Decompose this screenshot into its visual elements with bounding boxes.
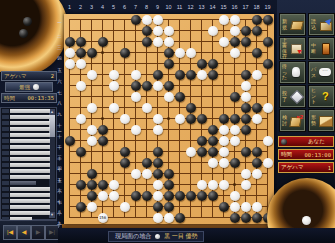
black-stone bbox=[131, 15, 141, 25]
nav-next-button[interactable]: ▶ bbox=[31, 225, 45, 240]
black-stone bbox=[252, 213, 262, 223]
white-stone bbox=[241, 180, 251, 190]
judge-icon bbox=[319, 114, 332, 127]
white-stone bbox=[153, 125, 163, 135]
black-stone bbox=[153, 202, 163, 212]
move-list-row[interactable] bbox=[2, 186, 56, 191]
captured-white-stone bbox=[302, 216, 311, 225]
white-stone bbox=[76, 114, 86, 124]
white-stone bbox=[241, 202, 251, 212]
white-stone bbox=[186, 48, 196, 58]
button-label: 検討 bbox=[282, 115, 289, 126]
row-label: 十 bbox=[55, 113, 64, 124]
white-stone bbox=[252, 114, 262, 124]
black-player-name: あなた bbox=[308, 138, 325, 145]
black-stone bbox=[76, 180, 86, 190]
white-stone bbox=[164, 92, 174, 102]
move-list-row[interactable] bbox=[2, 168, 56, 173]
white-stone bbox=[252, 202, 262, 212]
white-stone bbox=[153, 213, 163, 223]
move-row-bar bbox=[10, 139, 50, 143]
black-stone bbox=[230, 92, 240, 102]
button-label: パス bbox=[311, 67, 318, 78]
white-stone bbox=[175, 48, 185, 58]
row-label: 一 bbox=[55, 14, 64, 25]
resign-icon bbox=[290, 90, 303, 103]
white-stone bbox=[230, 191, 240, 201]
black-stone bbox=[76, 147, 86, 157]
board-column-labels: 12345678910111213141516171819 bbox=[64, 4, 273, 12]
move-number-chip bbox=[2, 151, 9, 155]
black-stone bbox=[208, 147, 218, 157]
review-icon bbox=[290, 114, 303, 127]
white-stone bbox=[153, 26, 163, 36]
move-row-bar bbox=[10, 157, 50, 161]
white-stone bbox=[164, 213, 174, 223]
move-row-bar bbox=[10, 127, 50, 131]
move-number-chip bbox=[2, 211, 9, 215]
button-save[interactable]: 上書保存 bbox=[279, 37, 306, 60]
nav-prev-button[interactable]: ◀ bbox=[17, 225, 31, 240]
white-stone bbox=[131, 169, 141, 179]
white-stone bbox=[219, 136, 229, 146]
black-stone bbox=[142, 191, 152, 201]
white-stone bbox=[142, 169, 152, 179]
move-list-row[interactable] bbox=[2, 150, 56, 155]
move-list-row[interactable] bbox=[2, 204, 56, 209]
button-label: ヒント bbox=[311, 88, 318, 105]
white-captures-value: 2 bbox=[51, 73, 54, 79]
white-stone bbox=[263, 103, 273, 113]
black-stone bbox=[142, 26, 152, 36]
black-stone bbox=[230, 37, 240, 47]
white-stone bbox=[164, 37, 174, 47]
row-label: 八 bbox=[55, 91, 64, 102]
button-judge[interactable]: 形勢 bbox=[308, 109, 335, 132]
col-label: 11 bbox=[174, 4, 185, 12]
black-captures-bar: アゲハマ 1 bbox=[278, 162, 334, 173]
black-stone bbox=[197, 136, 207, 146]
white-time-value: 00:13:35 bbox=[28, 95, 55, 101]
black-stone bbox=[241, 114, 251, 124]
black-stone bbox=[186, 103, 196, 113]
white-stone bbox=[153, 114, 163, 124]
move-list-row[interactable] bbox=[2, 126, 56, 131]
white-stone bbox=[153, 15, 163, 25]
black-stone bbox=[197, 114, 207, 124]
black-stone bbox=[164, 191, 174, 201]
button-label: 形勢 bbox=[311, 115, 318, 126]
black-stone bbox=[164, 169, 174, 179]
white-stone bbox=[153, 37, 163, 47]
black-stone bbox=[186, 70, 196, 80]
black-stone bbox=[164, 81, 174, 91]
move-number-chip bbox=[2, 145, 9, 149]
col-label: 1 bbox=[64, 4, 75, 12]
white-player-name: 最強 bbox=[19, 84, 30, 91]
move-list-row[interactable] bbox=[2, 198, 56, 203]
black-stone bbox=[98, 136, 108, 146]
move-number-chip bbox=[2, 139, 9, 143]
black-stone bbox=[164, 202, 174, 212]
black-stone bbox=[219, 202, 229, 212]
col-label: 8 bbox=[141, 4, 152, 12]
move-number-chip bbox=[2, 199, 9, 203]
territory-label: 現局面の地合 bbox=[115, 232, 151, 241]
button-label: 中断 bbox=[311, 43, 318, 54]
move-row-bar bbox=[10, 205, 50, 209]
star-point bbox=[101, 51, 104, 54]
row-label: 十四 bbox=[55, 157, 64, 168]
col-label: 15 bbox=[218, 4, 229, 12]
move-row-bar bbox=[10, 145, 50, 149]
col-label: 3 bbox=[86, 4, 97, 12]
black-stone bbox=[153, 147, 163, 157]
star-point bbox=[167, 117, 170, 120]
col-label: 18 bbox=[251, 4, 262, 12]
white-captures-label: アゲハマ bbox=[4, 73, 27, 80]
move-list-row[interactable] bbox=[2, 144, 56, 149]
white-stone bbox=[109, 191, 119, 201]
pass-bubble-icon bbox=[319, 66, 332, 79]
move-number-chip bbox=[2, 133, 9, 137]
col-label: 4 bbox=[97, 4, 108, 12]
white-stone bbox=[219, 15, 229, 25]
row-label: 十七 bbox=[55, 190, 64, 201]
undo-hand-icon bbox=[290, 66, 303, 79]
white-stone bbox=[197, 70, 207, 80]
row-label: 十二 bbox=[55, 135, 64, 146]
stone-indicator-icon bbox=[155, 234, 160, 239]
move-row-bar bbox=[10, 151, 50, 155]
move-list-row[interactable] bbox=[2, 162, 56, 167]
black-stone bbox=[208, 59, 218, 69]
move-list-row[interactable] bbox=[2, 132, 56, 137]
black-stone bbox=[76, 37, 86, 47]
col-label: 9 bbox=[152, 4, 163, 12]
white-stone bbox=[120, 202, 130, 212]
black-stone bbox=[175, 191, 185, 201]
captured-black-stone bbox=[23, 17, 32, 26]
black-time-label: 時間 bbox=[281, 151, 292, 158]
row-label: 九 bbox=[55, 102, 64, 113]
move-number-chip bbox=[2, 205, 9, 209]
black-stone bbox=[186, 114, 196, 124]
black-stone bbox=[252, 48, 262, 58]
white-stone bbox=[219, 180, 229, 190]
black-stone bbox=[98, 180, 108, 190]
black-stone bbox=[208, 136, 218, 146]
black-stone bbox=[186, 191, 196, 201]
white-stone bbox=[87, 125, 97, 135]
black-stone bbox=[131, 81, 141, 91]
button-pass-bubble[interactable]: パス bbox=[308, 61, 335, 84]
white-player-panel: アゲハマ 2 最強 時間 00:13:35 bbox=[1, 71, 57, 104]
black-player-panel: あなた 時間 00:13:00 アゲハマ 1 bbox=[278, 136, 334, 175]
black-stone bbox=[142, 81, 152, 91]
black-stone bbox=[142, 37, 152, 47]
move-list-row[interactable] bbox=[2, 180, 56, 185]
move-number-chip bbox=[2, 175, 9, 179]
row-label: 十八 bbox=[55, 201, 64, 212]
row-label: 十五 bbox=[55, 168, 64, 179]
white-stone bbox=[197, 180, 207, 190]
black-stone bbox=[208, 125, 218, 135]
star-point bbox=[101, 117, 104, 120]
col-label: 6 bbox=[119, 4, 130, 12]
move-number-chip bbox=[2, 121, 9, 125]
black-stone bbox=[87, 169, 97, 179]
black-stone bbox=[76, 202, 86, 212]
white-stone bbox=[153, 191, 163, 201]
white-stone bbox=[230, 136, 240, 146]
move-row-bar bbox=[10, 169, 50, 173]
black-stone bbox=[241, 213, 251, 223]
white-stone bbox=[109, 70, 119, 80]
judgement-text: 黒 一目 優勢 bbox=[164, 232, 197, 241]
board-row-labels: 一二三四五六七八九十十一十二十三十四十五十六十七十八十九 bbox=[55, 14, 64, 223]
col-label: 14 bbox=[207, 4, 218, 12]
black-stone bbox=[230, 213, 240, 223]
white-stone bbox=[230, 125, 240, 135]
white-stone bbox=[219, 147, 229, 157]
white-captures-bar: アゲハマ 2 bbox=[1, 71, 57, 81]
white-stone bbox=[263, 136, 273, 146]
row-label: 十三 bbox=[55, 146, 64, 157]
white-stone bbox=[219, 158, 229, 168]
hint-icon bbox=[319, 90, 332, 103]
move-row-bar bbox=[10, 199, 50, 203]
black-stone-icon bbox=[281, 139, 287, 145]
black-captures-label: アゲハマ bbox=[281, 164, 304, 171]
move-row-bar bbox=[10, 115, 50, 119]
row-label: 七 bbox=[55, 80, 64, 91]
white-stone bbox=[252, 70, 262, 80]
black-stone bbox=[197, 147, 207, 157]
move-row-bar bbox=[10, 193, 50, 197]
white-stone bbox=[252, 169, 262, 179]
black-stone bbox=[263, 59, 273, 69]
replay-nav-panel: |◀◀▶▶| bbox=[0, 220, 57, 243]
black-time-value: 00:13:00 bbox=[305, 152, 332, 158]
white-stone bbox=[263, 158, 273, 168]
black-stone bbox=[252, 158, 262, 168]
black-stone bbox=[175, 213, 185, 223]
white-stone bbox=[131, 70, 141, 80]
white-stone bbox=[153, 180, 163, 190]
black-stone bbox=[197, 191, 207, 201]
black-stone bbox=[153, 169, 163, 179]
white-stone bbox=[241, 81, 251, 91]
star-point bbox=[233, 183, 236, 186]
white-stone bbox=[87, 136, 97, 146]
white-stone bbox=[230, 202, 240, 212]
move-number-chip bbox=[2, 181, 9, 185]
row-label: 十一 bbox=[55, 124, 64, 135]
black-stone bbox=[65, 136, 75, 146]
territory-status: 現局面の地合 黒 一目 優勢 bbox=[108, 231, 204, 242]
black-stone bbox=[241, 125, 251, 135]
new-board-icon bbox=[290, 18, 303, 31]
white-stone bbox=[164, 26, 174, 36]
row-label: 三 bbox=[55, 36, 64, 47]
move-row-bar bbox=[10, 163, 50, 167]
black-stone bbox=[120, 158, 130, 168]
white-stone bbox=[131, 125, 141, 135]
nav-last-button[interactable]: ▶| bbox=[45, 225, 59, 240]
move-list-row[interactable] bbox=[2, 192, 56, 197]
button-undo-hand[interactable]: 待った bbox=[279, 61, 306, 84]
black-stone bbox=[241, 147, 251, 157]
button-label: 投了 bbox=[282, 91, 289, 102]
white-stone bbox=[230, 15, 240, 25]
white-stone bbox=[208, 26, 218, 36]
row-label: 五 bbox=[55, 58, 64, 69]
white-stone bbox=[98, 191, 108, 201]
white-stone bbox=[87, 70, 97, 80]
button-resign[interactable]: 投了 bbox=[279, 85, 306, 108]
move-row-bar bbox=[10, 121, 50, 125]
black-stone bbox=[241, 70, 251, 80]
black-stone bbox=[87, 48, 97, 58]
white-stone bbox=[109, 180, 119, 190]
button-hint[interactable]: ヒント bbox=[308, 85, 335, 108]
white-stone bbox=[153, 81, 163, 91]
move-list-row[interactable] bbox=[2, 120, 56, 125]
white-stone bbox=[131, 92, 141, 102]
white-stone bbox=[219, 37, 229, 47]
col-label: 16 bbox=[229, 4, 240, 12]
white-stone bbox=[87, 202, 97, 212]
move-list-row[interactable] bbox=[2, 108, 56, 113]
button-load[interactable]: 読込 bbox=[308, 13, 335, 36]
move-number-chip bbox=[2, 193, 9, 197]
move-number-chip bbox=[2, 163, 9, 167]
black-stone bbox=[175, 92, 185, 102]
move-list-row[interactable] bbox=[2, 156, 56, 161]
move-list-row[interactable] bbox=[2, 174, 56, 179]
black-stone bbox=[153, 70, 163, 80]
black-stone bbox=[241, 103, 251, 113]
goban[interactable]: 156 bbox=[64, 14, 274, 224]
move-row-bar bbox=[10, 181, 36, 185]
black-stone bbox=[219, 114, 229, 124]
black-stone bbox=[230, 158, 240, 168]
black-stone bbox=[263, 37, 273, 47]
move-number-chip bbox=[2, 187, 9, 191]
move-row-bar bbox=[10, 211, 50, 215]
white-stone bbox=[120, 114, 130, 124]
move-row-bar bbox=[10, 175, 50, 179]
black-stone bbox=[252, 26, 262, 36]
last-move-stone: 156 bbox=[98, 213, 108, 223]
button-label: 読込 bbox=[311, 19, 318, 30]
move-row-bar bbox=[10, 109, 50, 113]
black-stone bbox=[87, 191, 97, 201]
black-captures-value: 1 bbox=[328, 165, 331, 171]
black-stone bbox=[164, 48, 174, 58]
black-stone bbox=[76, 48, 86, 58]
black-stone bbox=[230, 114, 240, 124]
black-stone bbox=[252, 15, 262, 25]
move-number-chip bbox=[2, 109, 9, 113]
col-label: 10 bbox=[163, 4, 174, 12]
row-label: 四 bbox=[55, 47, 64, 58]
row-label: 六 bbox=[55, 69, 64, 80]
col-label: 7 bbox=[130, 4, 141, 12]
white-stone bbox=[87, 103, 97, 113]
black-stone bbox=[208, 70, 218, 80]
black-stone bbox=[98, 37, 108, 47]
move-row-bar bbox=[10, 133, 50, 137]
move-list-row[interactable] bbox=[2, 210, 56, 215]
black-stone bbox=[120, 147, 130, 157]
white-stone bbox=[65, 48, 75, 58]
go-app-window: アゲハマ 2 最強 時間 00:13:35 ▲ ▼ |◀◀▶▶| 1234567… bbox=[0, 0, 335, 243]
white-stone bbox=[208, 158, 218, 168]
col-label: 19 bbox=[262, 4, 273, 12]
white-name-bar[interactable]: 最強 bbox=[5, 82, 53, 92]
white-stone-icon bbox=[33, 84, 39, 90]
black-stone bbox=[252, 147, 262, 157]
move-number-chip bbox=[2, 169, 9, 173]
black-stone bbox=[197, 59, 207, 69]
row-label: 十六 bbox=[55, 179, 64, 190]
suspend-icon bbox=[319, 42, 332, 55]
col-label: 5 bbox=[108, 4, 119, 12]
button-review[interactable]: 検討 bbox=[279, 109, 306, 132]
black-name-bar: あなた bbox=[278, 136, 334, 147]
row-label: 十九 bbox=[55, 212, 64, 223]
black-stone bbox=[164, 180, 174, 190]
move-list[interactable]: ▲ ▼ bbox=[0, 107, 57, 220]
black-stone bbox=[241, 26, 251, 36]
move-number-chip bbox=[2, 115, 9, 119]
col-label: 12 bbox=[185, 4, 196, 12]
white-stone bbox=[175, 114, 185, 124]
black-stone bbox=[87, 180, 97, 190]
move-list-row[interactable] bbox=[2, 138, 56, 143]
black-stone bbox=[263, 15, 273, 25]
black-stone bbox=[120, 48, 130, 58]
move-list-row[interactable] bbox=[2, 114, 56, 119]
black-stone bbox=[142, 158, 152, 168]
move-number-chip bbox=[2, 127, 9, 131]
nav-first-button[interactable]: |◀ bbox=[3, 225, 17, 240]
col-label: 17 bbox=[240, 4, 251, 12]
button-label: 上書保存 bbox=[282, 38, 289, 60]
white-stone bbox=[230, 48, 240, 58]
white-stone bbox=[65, 59, 75, 69]
white-time-bar: 時間 00:13:35 bbox=[1, 93, 57, 103]
white-stone bbox=[76, 81, 86, 91]
white-stone bbox=[241, 92, 251, 102]
white-stone bbox=[186, 147, 196, 157]
move-row-bar bbox=[10, 187, 50, 191]
white-stone bbox=[109, 103, 119, 113]
white-time-label: 時間 bbox=[4, 95, 15, 102]
black-stone bbox=[175, 70, 185, 80]
button-label: 待った bbox=[282, 64, 289, 81]
move-number-chip bbox=[2, 157, 9, 161]
button-label: 新規 bbox=[282, 19, 289, 30]
button-new-board[interactable]: 新規 bbox=[279, 13, 306, 36]
black-stone bbox=[153, 158, 163, 168]
black-stone bbox=[252, 103, 262, 113]
status-bar: 現局面の地合 黒 一目 優勢 bbox=[58, 228, 335, 243]
button-suspend[interactable]: 中断 bbox=[308, 37, 335, 60]
white-stone bbox=[219, 125, 229, 135]
